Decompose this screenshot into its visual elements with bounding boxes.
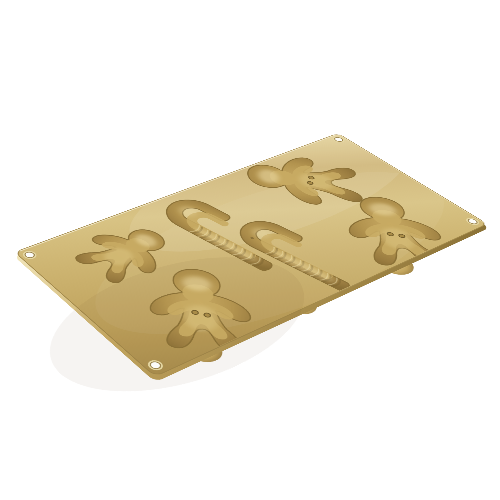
photo-background [0, 0, 500, 500]
mold-top-face [14, 133, 488, 377]
baking-mold [14, 133, 488, 377]
